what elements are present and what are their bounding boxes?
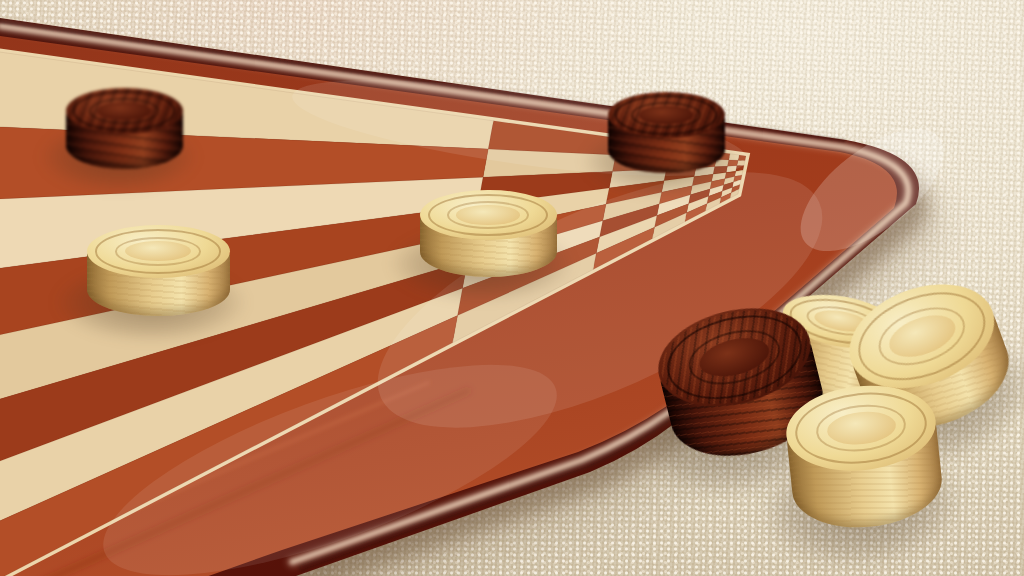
piece-top xyxy=(66,88,183,135)
checker-piece-dark: ⛂ xyxy=(66,88,183,170)
checker-piece-light: ⛀ xyxy=(782,378,946,534)
piece-top xyxy=(87,225,230,278)
checker-piece-light: ⛀ xyxy=(420,190,557,278)
piece-top xyxy=(420,190,557,241)
checker-piece-light: ⛀ xyxy=(87,225,230,317)
photo-scene: ⛂ ⛂ ⛀ ⛀ ⛂ ⛀ ⛀ ⛀ xyxy=(0,0,1024,576)
pieces-layer: ⛂ ⛂ ⛀ ⛀ ⛂ ⛀ ⛀ ⛀ xyxy=(0,0,1024,576)
piece-top xyxy=(608,92,725,139)
checker-piece-dark: ⛂ xyxy=(608,92,725,174)
